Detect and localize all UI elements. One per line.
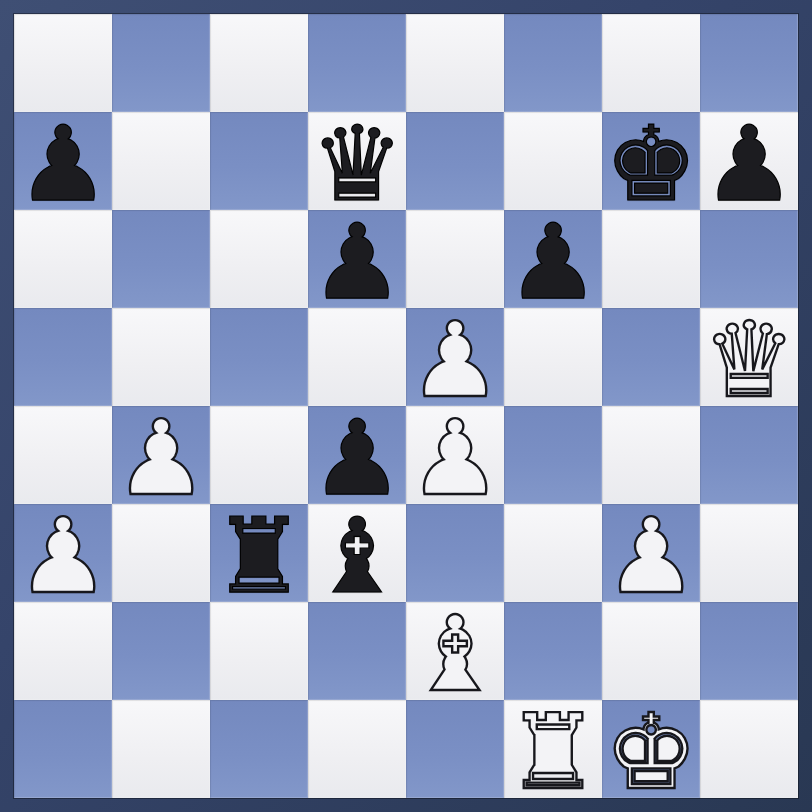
square-b7[interactable] [112, 112, 210, 210]
square-f4[interactable] [504, 406, 602, 504]
square-h4[interactable] [700, 406, 798, 504]
square-g5[interactable] [602, 308, 700, 406]
square-g7[interactable]: ♚ [602, 112, 700, 210]
square-g6[interactable] [602, 210, 700, 308]
square-d7[interactable]: ♛ [308, 112, 406, 210]
square-c1[interactable] [210, 700, 308, 798]
square-d8[interactable] [308, 14, 406, 112]
piece-white-pawn[interactable]: ♟ [16, 504, 109, 608]
board-frame: ♟♛♚♟♟♟♟♛♟♟♟♟♜♝♟♝♜♚ [0, 0, 812, 812]
square-h7[interactable]: ♟ [700, 112, 798, 210]
square-b4[interactable]: ♟ [112, 406, 210, 504]
piece-white-king[interactable]: ♚ [604, 700, 697, 804]
piece-white-queen[interactable]: ♛ [702, 308, 795, 412]
piece-white-pawn[interactable]: ♟ [114, 406, 207, 510]
square-e6[interactable] [406, 210, 504, 308]
square-e5[interactable]: ♟ [406, 308, 504, 406]
square-a7[interactable]: ♟ [14, 112, 112, 210]
square-c4[interactable] [210, 406, 308, 504]
square-b1[interactable] [112, 700, 210, 798]
square-h1[interactable] [700, 700, 798, 798]
piece-black-pawn[interactable]: ♟ [16, 112, 109, 216]
square-e1[interactable] [406, 700, 504, 798]
square-a3[interactable]: ♟ [14, 504, 112, 602]
square-a6[interactable] [14, 210, 112, 308]
square-f7[interactable] [504, 112, 602, 210]
square-c5[interactable] [210, 308, 308, 406]
square-g3[interactable]: ♟ [602, 504, 700, 602]
square-e8[interactable] [406, 14, 504, 112]
square-g1[interactable]: ♚ [602, 700, 700, 798]
square-e3[interactable] [406, 504, 504, 602]
square-h8[interactable] [700, 14, 798, 112]
square-e2[interactable]: ♝ [406, 602, 504, 700]
square-b8[interactable] [112, 14, 210, 112]
square-d1[interactable] [308, 700, 406, 798]
piece-white-bishop[interactable]: ♝ [408, 602, 501, 706]
square-c6[interactable] [210, 210, 308, 308]
chess-board: ♟♛♚♟♟♟♟♛♟♟♟♟♜♝♟♝♜♚ [14, 14, 798, 798]
piece-white-pawn[interactable]: ♟ [408, 406, 501, 510]
square-a8[interactable] [14, 14, 112, 112]
square-a2[interactable] [14, 602, 112, 700]
square-b2[interactable] [112, 602, 210, 700]
square-d3[interactable]: ♝ [308, 504, 406, 602]
square-b6[interactable] [112, 210, 210, 308]
piece-black-pawn[interactable]: ♟ [702, 112, 795, 216]
piece-black-pawn[interactable]: ♟ [506, 210, 599, 314]
piece-black-king[interactable]: ♚ [604, 112, 697, 216]
square-d2[interactable] [308, 602, 406, 700]
square-f3[interactable] [504, 504, 602, 602]
piece-black-bishop[interactable]: ♝ [310, 504, 403, 608]
square-a1[interactable] [14, 700, 112, 798]
square-b3[interactable] [112, 504, 210, 602]
square-a5[interactable] [14, 308, 112, 406]
square-a4[interactable] [14, 406, 112, 504]
square-d6[interactable]: ♟ [308, 210, 406, 308]
square-b5[interactable] [112, 308, 210, 406]
square-f2[interactable] [504, 602, 602, 700]
square-h6[interactable] [700, 210, 798, 308]
square-c2[interactable] [210, 602, 308, 700]
square-c8[interactable] [210, 14, 308, 112]
square-e7[interactable] [406, 112, 504, 210]
square-e4[interactable]: ♟ [406, 406, 504, 504]
square-f6[interactable]: ♟ [504, 210, 602, 308]
square-c7[interactable] [210, 112, 308, 210]
square-h3[interactable] [700, 504, 798, 602]
piece-white-rook[interactable]: ♜ [506, 700, 599, 804]
square-h5[interactable]: ♛ [700, 308, 798, 406]
square-d4[interactable]: ♟ [308, 406, 406, 504]
square-f1[interactable]: ♜ [504, 700, 602, 798]
piece-black-pawn[interactable]: ♟ [310, 210, 403, 314]
square-d5[interactable] [308, 308, 406, 406]
square-f5[interactable] [504, 308, 602, 406]
square-g2[interactable] [602, 602, 700, 700]
square-g8[interactable] [602, 14, 700, 112]
square-f8[interactable] [504, 14, 602, 112]
square-g4[interactable] [602, 406, 700, 504]
square-c3[interactable]: ♜ [210, 504, 308, 602]
square-h2[interactable] [700, 602, 798, 700]
piece-black-rook[interactable]: ♜ [212, 504, 305, 608]
piece-white-pawn[interactable]: ♟ [604, 504, 697, 608]
